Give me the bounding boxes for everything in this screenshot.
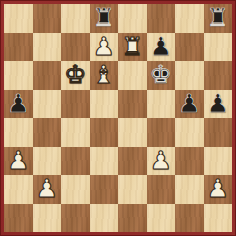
piece-white-pawn[interactable]: ♟ (7, 147, 29, 175)
square-c2[interactable] (61, 175, 90, 204)
piece-white-bishop[interactable]: ♝ (93, 61, 115, 89)
square-f6[interactable]: ♚ (147, 61, 176, 90)
square-d5[interactable] (90, 90, 119, 119)
piece-black-pawn[interactable]: ♟ (178, 90, 200, 118)
square-h6[interactable] (204, 61, 233, 90)
square-g3[interactable] (175, 147, 204, 176)
piece-white-pawn[interactable]: ♟ (93, 33, 115, 61)
square-f7[interactable]: ♟ (147, 33, 176, 62)
square-b8[interactable] (33, 4, 62, 33)
square-f4[interactable] (147, 118, 176, 147)
square-d6[interactable]: ♝ (90, 61, 119, 90)
piece-white-rook[interactable]: ♜ (121, 33, 143, 61)
square-b3[interactable] (33, 147, 62, 176)
square-a5[interactable]: ♟ (4, 90, 33, 119)
square-c5[interactable] (61, 90, 90, 119)
square-e2[interactable] (118, 175, 147, 204)
square-d3[interactable] (90, 147, 119, 176)
square-c3[interactable] (61, 147, 90, 176)
piece-black-rook[interactable]: ♜ (207, 4, 229, 32)
square-h4[interactable] (204, 118, 233, 147)
square-e5[interactable] (118, 90, 147, 119)
square-d1[interactable] (90, 204, 119, 233)
square-b4[interactable] (33, 118, 62, 147)
square-g7[interactable] (175, 33, 204, 62)
square-a2[interactable] (4, 175, 33, 204)
square-b2[interactable]: ♟ (33, 175, 62, 204)
square-a3[interactable]: ♟ (4, 147, 33, 176)
piece-white-pawn[interactable]: ♟ (36, 175, 58, 203)
square-e7[interactable]: ♜ (118, 33, 147, 62)
square-e3[interactable] (118, 147, 147, 176)
square-a6[interactable] (4, 61, 33, 90)
square-g8[interactable] (175, 4, 204, 33)
square-f3[interactable]: ♟ (147, 147, 176, 176)
square-a4[interactable] (4, 118, 33, 147)
square-e6[interactable] (118, 61, 147, 90)
square-b7[interactable] (33, 33, 62, 62)
square-f2[interactable] (147, 175, 176, 204)
square-h5[interactable]: ♟ (204, 90, 233, 119)
board-frame: ♜♜♟♜♟♚♝♚♟♟♟♟♟♟♟ (0, 0, 236, 236)
piece-white-pawn[interactable]: ♟ (207, 175, 229, 203)
square-e1[interactable] (118, 204, 147, 233)
square-d7[interactable]: ♟ (90, 33, 119, 62)
square-h7[interactable] (204, 33, 233, 62)
piece-white-pawn[interactable]: ♟ (150, 147, 172, 175)
square-b6[interactable] (33, 61, 62, 90)
square-g4[interactable] (175, 118, 204, 147)
piece-black-pawn[interactable]: ♟ (150, 33, 172, 61)
piece-black-king[interactable]: ♚ (150, 61, 172, 89)
square-a8[interactable] (4, 4, 33, 33)
square-d8[interactable]: ♜ (90, 4, 119, 33)
square-c8[interactable] (61, 4, 90, 33)
piece-black-rook[interactable]: ♜ (93, 4, 115, 32)
square-g2[interactable] (175, 175, 204, 204)
square-d4[interactable] (90, 118, 119, 147)
piece-black-pawn[interactable]: ♟ (207, 90, 229, 118)
square-c4[interactable] (61, 118, 90, 147)
square-b5[interactable] (33, 90, 62, 119)
piece-black-pawn[interactable]: ♟ (7, 90, 29, 118)
square-d2[interactable] (90, 175, 119, 204)
square-a7[interactable] (4, 33, 33, 62)
square-g1[interactable] (175, 204, 204, 233)
square-c6[interactable]: ♚ (61, 61, 90, 90)
square-e4[interactable] (118, 118, 147, 147)
square-g6[interactable] (175, 61, 204, 90)
square-h2[interactable]: ♟ (204, 175, 233, 204)
chess-board: ♜♜♟♜♟♚♝♚♟♟♟♟♟♟♟ (4, 4, 232, 232)
square-a1[interactable] (4, 204, 33, 233)
square-g5[interactable]: ♟ (175, 90, 204, 119)
square-b1[interactable] (33, 204, 62, 233)
square-h8[interactable]: ♜ (204, 4, 233, 33)
piece-white-king[interactable]: ♚ (64, 61, 86, 89)
square-c7[interactable] (61, 33, 90, 62)
square-h1[interactable] (204, 204, 233, 233)
square-h3[interactable] (204, 147, 233, 176)
square-f8[interactable] (147, 4, 176, 33)
square-e8[interactable] (118, 4, 147, 33)
square-c1[interactable] (61, 204, 90, 233)
square-f5[interactable] (147, 90, 176, 119)
square-f1[interactable] (147, 204, 176, 233)
